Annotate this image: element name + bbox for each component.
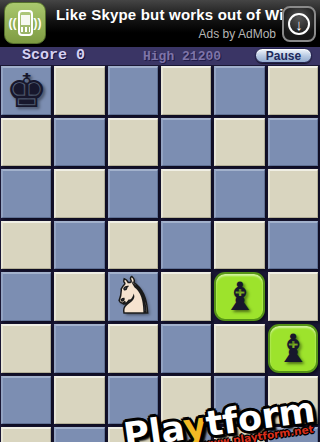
high-value: 21200 [182, 49, 221, 64]
board-square[interactable] [0, 271, 53, 323]
board-square[interactable] [160, 323, 213, 375]
board-square[interactable] [267, 220, 320, 272]
board-square[interactable] [53, 271, 106, 323]
download-button[interactable]: ↓ [282, 6, 316, 42]
board-square[interactable] [53, 168, 106, 220]
board-square[interactable] [267, 271, 320, 323]
board-square[interactable] [107, 117, 160, 169]
board-square[interactable] [0, 117, 53, 169]
black-bishop-piece: ♝ [276, 328, 311, 367]
board-square[interactable] [213, 117, 266, 169]
board-grid: ♚♞♝♝♟ [0, 65, 320, 442]
board-viewport: ♚♞♝♝♟ [0, 65, 320, 442]
download-arrow-icon: ↓ [288, 13, 310, 35]
phone-signal-icon: (( )) [4, 2, 46, 44]
ad-attribution: Ads by AdMob [199, 27, 276, 41]
board-square[interactable]: ♝ [267, 323, 320, 375]
board-square[interactable] [53, 323, 106, 375]
score-label: Score [22, 47, 67, 64]
board-square[interactable]: ♟ [107, 426, 160, 442]
board-square[interactable] [107, 220, 160, 272]
board-square[interactable] [0, 426, 53, 442]
high-label: High [143, 49, 174, 64]
board-square[interactable] [107, 168, 160, 220]
board-square[interactable] [107, 323, 160, 375]
board-square[interactable] [53, 375, 106, 427]
board-square[interactable] [267, 65, 320, 117]
score-text: Score 0 [22, 47, 85, 65]
phone-icon [18, 10, 33, 36]
ad-title: Like Skype but works out of Wi-Fi [56, 6, 286, 23]
pause-label: Pause [266, 49, 301, 63]
board-square[interactable] [53, 117, 106, 169]
board-square[interactable] [160, 220, 213, 272]
score-bar: Score 0 High 21200 Pause [0, 47, 320, 65]
board-square[interactable] [0, 323, 53, 375]
board-square[interactable] [160, 271, 213, 323]
board-square[interactable] [0, 375, 53, 427]
black-bishop-piece: ♝ [222, 277, 257, 316]
board-square[interactable]: ♞ [107, 271, 160, 323]
board-square[interactable] [267, 117, 320, 169]
board-square[interactable] [160, 426, 213, 442]
high-score-text: High 21200 [143, 47, 221, 65]
board-square[interactable] [213, 168, 266, 220]
board-square[interactable] [213, 323, 266, 375]
board-square[interactable]: ♚ [0, 65, 53, 117]
board-square[interactable] [213, 375, 266, 427]
board-square[interactable] [160, 117, 213, 169]
board-square[interactable] [160, 65, 213, 117]
black-king-piece: ♚ [6, 66, 48, 113]
white-knight-piece[interactable]: ♞ [111, 271, 156, 321]
board-square[interactable] [213, 65, 266, 117]
board-square[interactable] [267, 426, 320, 442]
board-square[interactable] [0, 168, 53, 220]
ad-banner[interactable]: (( )) Like Skype but works out of Wi-Fi … [0, 0, 320, 47]
signal-wave-left: (( [9, 17, 17, 29]
board-square[interactable] [107, 65, 160, 117]
board-square[interactable] [267, 168, 320, 220]
score-value: 0 [76, 47, 85, 64]
board-square[interactable] [160, 168, 213, 220]
pause-button[interactable]: Pause [255, 48, 312, 63]
signal-wave-right: )) [34, 17, 42, 29]
board-square[interactable] [160, 375, 213, 427]
board-square[interactable] [0, 220, 53, 272]
app-screen: (( )) Like Skype but works out of Wi-Fi … [0, 0, 320, 442]
board-square[interactable] [213, 220, 266, 272]
board-square[interactable]: ♝ [213, 271, 266, 323]
board-square[interactable] [53, 65, 106, 117]
green-pawn-piece: ♟ [113, 428, 154, 442]
board-square[interactable] [213, 426, 266, 442]
board-square[interactable] [107, 375, 160, 427]
board-square[interactable] [53, 220, 106, 272]
board-square[interactable] [267, 375, 320, 427]
board-square[interactable] [53, 426, 106, 442]
